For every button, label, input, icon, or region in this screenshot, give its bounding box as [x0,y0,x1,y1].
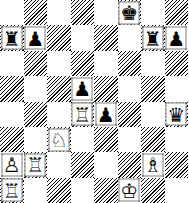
square-g4[interactable] [141,102,165,127]
piece-black-pawn[interactable]: ♟ [167,28,185,48]
piece-white-rook[interactable]: ♖ [73,104,91,124]
square-h6[interactable] [165,51,189,76]
square-a3[interactable] [0,127,24,152]
square-d3[interactable] [71,127,95,152]
piece-halo: ♖ [72,103,93,126]
piece-halo: ♗ [142,153,163,176]
square-b2[interactable]: ♖ [24,152,48,177]
square-h1[interactable] [165,178,189,203]
square-f5[interactable] [118,76,142,101]
piece-halo: ♟ [166,27,187,50]
piece-halo: ♛ [166,103,187,126]
square-f7[interactable] [118,25,142,50]
square-f8[interactable]: ♚ [118,0,142,25]
square-h2[interactable] [165,152,189,177]
square-a4[interactable] [0,102,24,127]
square-f2[interactable] [118,152,142,177]
square-g8[interactable] [141,0,165,25]
square-d2[interactable] [71,152,95,177]
square-d5[interactable]: ♟ [71,76,95,101]
piece-black-pawn[interactable]: ♟ [26,28,44,48]
piece-black-rook[interactable]: ♜ [3,28,21,48]
square-b5[interactable] [24,76,48,101]
square-h3[interactable] [165,127,189,152]
piece-halo: ♜ [142,27,163,50]
square-e1[interactable] [94,178,118,203]
square-c6[interactable] [47,51,71,76]
square-d1[interactable] [71,178,95,203]
piece-halo: ♟ [25,27,46,50]
piece-white-knight[interactable]: ♘ [50,130,68,150]
square-e6[interactable] [94,51,118,76]
square-h4[interactable]: ♛ [165,102,189,127]
piece-halo: ♘ [48,128,69,151]
piece-black-rook[interactable]: ♜ [144,28,162,48]
square-d4[interactable]: ♖ [71,102,95,127]
square-g3[interactable] [141,127,165,152]
square-c4[interactable] [47,102,71,127]
square-g2[interactable]: ♗ [141,152,165,177]
piece-white-pawn[interactable]: ♙ [3,155,21,175]
piece-white-king[interactable]: ♔ [120,180,138,200]
piece-white-rook[interactable]: ♖ [26,155,44,175]
square-c1[interactable] [47,178,71,203]
piece-white-bishop[interactable]: ♗ [144,155,162,175]
square-c2[interactable] [47,152,71,177]
square-b4[interactable] [24,102,48,127]
square-a1[interactable]: ♖ [0,178,24,203]
square-b7[interactable]: ♟ [24,25,48,50]
square-d7[interactable] [71,25,95,50]
piece-white-rook[interactable]: ♖ [3,180,21,200]
piece-halo: ♖ [1,179,22,202]
piece-halo: ♚ [119,1,140,24]
piece-black-king[interactable]: ♚ [120,3,138,23]
square-a7[interactable]: ♜ [0,25,24,50]
square-e4[interactable]: ♟ [94,102,118,127]
square-e3[interactable] [94,127,118,152]
square-c3[interactable]: ♘ [47,127,71,152]
square-d8[interactable] [71,0,95,25]
square-a5[interactable] [0,76,24,101]
square-f4[interactable] [118,102,142,127]
square-c5[interactable] [47,76,71,101]
square-g6[interactable] [141,51,165,76]
piece-halo: ♟ [95,103,116,126]
square-f1[interactable]: ♔ [118,178,142,203]
square-b6[interactable] [24,51,48,76]
square-b1[interactable] [24,178,48,203]
square-a8[interactable] [0,0,24,25]
square-c8[interactable] [47,0,71,25]
square-e7[interactable] [94,25,118,50]
piece-black-pawn[interactable]: ♟ [97,104,115,124]
piece-black-pawn[interactable]: ♟ [73,79,91,99]
square-h7[interactable]: ♟ [165,25,189,50]
square-b3[interactable] [24,127,48,152]
piece-halo: ♔ [119,179,140,202]
square-c7[interactable] [47,25,71,50]
chess-board: ♚♜♟♜♟♟♖♟♛♘♙♖♗♖♔ [0,0,188,203]
square-d6[interactable] [71,51,95,76]
square-g7[interactable]: ♜ [141,25,165,50]
piece-halo: ♖ [25,153,46,176]
piece-halo: ♜ [1,27,22,50]
square-h8[interactable] [165,0,189,25]
square-e2[interactable] [94,152,118,177]
square-a2[interactable]: ♙ [0,152,24,177]
square-b8[interactable] [24,0,48,25]
square-g1[interactable] [141,178,165,203]
piece-halo: ♙ [1,153,22,176]
square-f3[interactable] [118,127,142,152]
square-e5[interactable] [94,76,118,101]
piece-black-queen[interactable]: ♛ [167,104,185,124]
square-e8[interactable] [94,0,118,25]
square-h5[interactable] [165,76,189,101]
square-a6[interactable] [0,51,24,76]
piece-halo: ♟ [72,77,93,100]
square-f6[interactable] [118,51,142,76]
square-g5[interactable] [141,76,165,101]
